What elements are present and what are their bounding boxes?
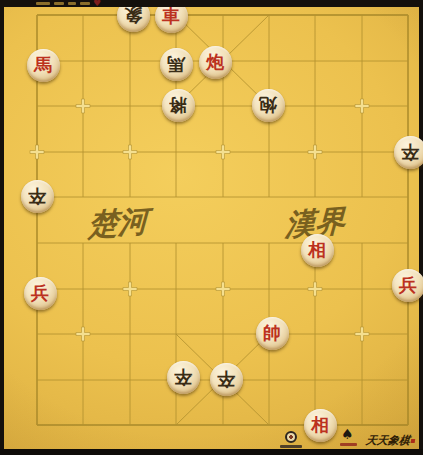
player-name-smudge xyxy=(80,2,90,5)
point-marker xyxy=(308,282,322,296)
piece-black-cannon[interactable]: 炮 xyxy=(252,89,285,122)
piece-glyph: 將 xyxy=(169,96,187,114)
point-marker xyxy=(355,99,369,113)
piece-glyph: 兵 xyxy=(31,284,49,302)
piece-black-soldier[interactable]: 卒 xyxy=(394,136,423,169)
bottom-video-bar xyxy=(0,449,423,455)
piece-black-soldier[interactable]: 卒 xyxy=(167,361,200,394)
point-marker xyxy=(355,327,369,341)
app-watermark: 天天象棋 xyxy=(365,433,416,448)
piece-black-general[interactable]: 將 xyxy=(162,89,195,122)
point-marker xyxy=(76,99,90,113)
point-marker xyxy=(216,145,230,159)
piece-glyph: 相 xyxy=(311,416,329,434)
piece-red-cannon[interactable]: 炮 xyxy=(199,46,232,79)
point-marker xyxy=(123,145,137,159)
piece-black-horse[interactable]: 馬 xyxy=(160,48,193,81)
point-marker xyxy=(123,282,137,296)
piece-black-soldier[interactable]: 卒 xyxy=(21,180,54,213)
piece-glyph: 兵 xyxy=(399,276,417,294)
app-frame: 楚河 漢界 象車馬馬炮將炮卒卒相兵兵帥卒卒相 ♥ ♠ 天天象棋 xyxy=(0,0,423,455)
chess-association-logo-icon xyxy=(285,431,297,443)
piece-red-elephant[interactable]: 相 xyxy=(301,234,334,267)
piece-glyph: 卒 xyxy=(174,368,192,386)
association-caption-smudge xyxy=(280,445,302,448)
piece-glyph: 炮 xyxy=(259,96,277,114)
player-name-smudge xyxy=(68,2,76,5)
piece-red-soldier[interactable]: 兵 xyxy=(24,277,57,310)
top-video-bar xyxy=(0,0,423,7)
piece-red-soldier[interactable]: 兵 xyxy=(392,269,423,302)
piece-glyph: 卒 xyxy=(401,143,419,161)
piece-glyph: 象 xyxy=(124,6,142,24)
river-text-left: 楚河 xyxy=(87,201,148,246)
player-name-smudge xyxy=(54,2,64,5)
piece-black-soldier[interactable]: 卒 xyxy=(210,363,243,396)
point-marker xyxy=(30,145,44,159)
piece-glyph: 卒 xyxy=(217,370,235,388)
point-marker xyxy=(216,282,230,296)
piece-red-horse[interactable]: 馬 xyxy=(27,49,60,82)
piece-glyph: 相 xyxy=(308,241,326,259)
piece-glyph: 車 xyxy=(162,7,180,25)
piece-red-general[interactable]: 帥 xyxy=(256,317,289,350)
player-name-smudge xyxy=(36,2,50,5)
spade-caption-smudge xyxy=(340,443,357,446)
piece-glyph: 炮 xyxy=(206,53,224,71)
point-marker xyxy=(308,145,322,159)
piece-red-elephant[interactable]: 相 xyxy=(304,409,337,442)
piece-glyph: 卒 xyxy=(28,187,46,205)
piece-glyph: 馬 xyxy=(167,55,185,73)
piece-glyph: 馬 xyxy=(34,56,52,74)
piece-glyph: 帥 xyxy=(263,324,281,342)
heart-icon: ♥ xyxy=(93,0,101,8)
point-marker xyxy=(76,327,90,341)
spade-logo-icon: ♠ xyxy=(341,427,354,441)
